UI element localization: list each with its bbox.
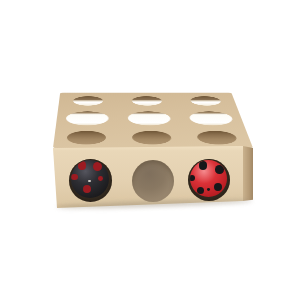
box-top-hole-grid: [53, 93, 253, 148]
ball-hole-spot: [190, 175, 195, 181]
top-hole-middle-right: [188, 111, 235, 125]
front-hole-left: [69, 159, 112, 202]
ball-hole-spot: [207, 188, 210, 191]
ball-hole-spot: [197, 187, 204, 194]
top-hole-middle-left: [66, 111, 109, 125]
ball-hole-spot: [199, 161, 208, 170]
ball-hole-spot: [214, 183, 222, 191]
top-hole-back-center: [132, 96, 163, 105]
black-ball: [71, 160, 109, 198]
front-hole-right: [188, 159, 230, 201]
toy-box: [0, 0, 300, 300]
top-hole-back-left: [73, 96, 103, 105]
box-right-side-face: [243, 146, 253, 202]
front-hole-middle: [132, 160, 174, 202]
top-hole-front-left: [67, 131, 107, 145]
top-hole-middle-center: [127, 111, 171, 125]
ball-hole-spot: [83, 185, 91, 193]
ball-hole-spot: [78, 161, 86, 169]
top-hole-front-right: [195, 131, 238, 145]
top-hole-front-center: [132, 131, 173, 145]
top-hole-back-right: [189, 96, 222, 105]
red-ball: [190, 160, 227, 197]
ball-hole-spot: [71, 174, 77, 180]
ball-hole-spot: [215, 165, 224, 174]
ball-hole-spot: [93, 162, 102, 171]
ball-glint: [88, 180, 91, 183]
ball-hole-spot: [98, 176, 103, 181]
product-photo-ball-puzzle-box: [0, 0, 300, 300]
